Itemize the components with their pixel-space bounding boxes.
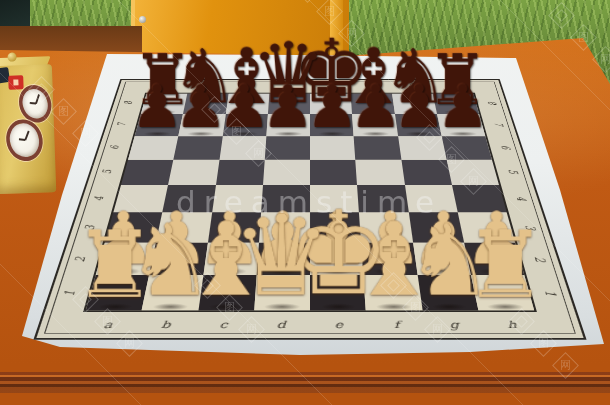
coord-file-f: f: [367, 312, 427, 338]
square-a5: [121, 160, 174, 185]
square-d6: [265, 136, 310, 160]
board-squares: ♜♞♝♛♚♝♞♜♟♟♟♟♟♟♟♟♟♟♟♟♟♟♟♟♜♞♝♛♚♝♞♜: [83, 93, 537, 312]
coord-file-c: c: [193, 312, 253, 338]
square-e7: ♟: [310, 114, 354, 136]
square-g5: [401, 160, 452, 185]
square-e5: [310, 160, 357, 185]
piece-black-pawn-h7: ♟: [437, 79, 490, 135]
chess-photo-scene: ♜♞♝♛♚♝♞♜♟♟♟♟♟♟♟♟♟♟♟♟♟♟♟♟♜♞♝♛♚♝♞♜ abcdefg…: [0, 0, 610, 405]
coord-file-h: h: [480, 312, 544, 338]
coord-file-b: b: [134, 312, 196, 338]
square-h1: ♜: [471, 275, 534, 311]
chess-board: ♜♞♝♛♚♝♞♜♟♟♟♟♟♟♟♟♟♟♟♟♟♟♟♟♜♞♝♛♚♝♞♜ abcdefg…: [33, 79, 586, 340]
square-d5: [263, 160, 310, 185]
coord-file-a: a: [76, 312, 140, 338]
chess-clock: [0, 54, 69, 201]
square-d1: ♛: [254, 275, 310, 311]
clock-hand: [19, 138, 25, 141]
piece-white-queen-d1: ♛: [232, 203, 332, 309]
square-c6: [219, 136, 266, 160]
coord-file-d: d: [251, 312, 310, 338]
square-g6: [398, 136, 447, 160]
file-labels-bottom: abcdefgh: [76, 312, 545, 338]
square-f7: ♟: [352, 114, 397, 136]
square-h6: [441, 136, 491, 160]
clock-hand: [30, 102, 36, 104]
coord-file-e: e: [310, 312, 369, 338]
square-c5: [216, 160, 265, 185]
square-f6: [354, 136, 401, 160]
piece-white-rook-h1: ♜: [464, 221, 547, 309]
square-h7: ♟: [437, 114, 485, 136]
square-a1: ♜: [86, 275, 149, 311]
square-a6: [128, 136, 178, 160]
coord-file-g: g: [423, 312, 485, 338]
square-b6: [174, 136, 223, 160]
square-g7: ♟: [395, 114, 442, 136]
clock-red-sticker: [8, 75, 23, 90]
square-e6: [310, 136, 355, 160]
square-f5: [355, 160, 404, 185]
square-b5: [168, 160, 219, 185]
square-h5: [446, 160, 499, 185]
square-d7: ♟: [266, 114, 310, 136]
board-perspective-scene: ♜♞♝♛♚♝♞♜♟♟♟♟♟♟♟♟♟♟♟♟♟♟♟♟♜♞♝♛♚♝♞♜ abcdefg…: [0, 0, 610, 405]
piece-white-rook-a1: ♜: [73, 221, 156, 309]
